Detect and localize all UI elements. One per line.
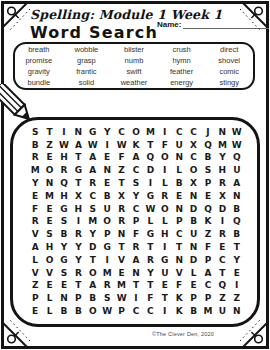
grid-cell: T <box>42 126 56 139</box>
grid-cell: N <box>129 267 143 280</box>
word-bank-word: promise <box>25 56 52 65</box>
grid-cell: H <box>57 152 71 165</box>
grid-cell: B <box>230 203 244 216</box>
grid-cell: E <box>42 280 56 293</box>
grid-cell: R <box>158 190 172 203</box>
grid-cell: L <box>186 267 200 280</box>
grid-cell: R <box>114 216 128 229</box>
grid-cell: N <box>42 177 56 190</box>
grid-cell: E <box>172 190 186 203</box>
grid-cell: O <box>158 152 172 165</box>
grid-cell: P <box>129 216 143 229</box>
grid-cell: D <box>86 241 100 254</box>
word-bank-word: grasp <box>77 56 96 65</box>
grid-cell: F <box>129 228 143 241</box>
grid-cell: L <box>42 305 56 318</box>
grid-cell: L <box>158 177 172 190</box>
grid-cell: P <box>201 254 215 267</box>
grid-cell: N <box>230 305 244 318</box>
grid-cell: D <box>215 203 229 216</box>
grid-cell: W <box>230 126 244 139</box>
grid-cell: E <box>28 190 42 203</box>
grid-cell: C <box>114 126 128 139</box>
grid-cell: J <box>201 126 215 139</box>
grid-cell: D <box>186 203 200 216</box>
word-bank-word: frantic <box>76 67 96 76</box>
grid-cell: Q <box>201 139 215 152</box>
grid-cell: A <box>86 164 100 177</box>
grid-cell: T <box>143 241 157 254</box>
grid-cell: E <box>158 280 172 293</box>
grid-cell: I <box>158 126 172 139</box>
grid-cell: T <box>230 241 244 254</box>
grid-cell: C <box>129 203 143 216</box>
grid-cell: B <box>172 177 186 190</box>
grid-cell: E <box>42 152 56 165</box>
grid-cell: H <box>158 228 172 241</box>
grid-cell: T <box>143 139 157 152</box>
grid-cell: T <box>114 177 128 190</box>
grid-cell: N <box>215 126 229 139</box>
grid-cell: E <box>100 177 114 190</box>
grid-cell: F <box>158 139 172 152</box>
grid-cell: P <box>114 305 128 318</box>
grid-cell: R <box>129 241 143 254</box>
grid-cell: W <box>114 292 128 305</box>
grid-cell: C <box>186 126 200 139</box>
grid-cell: U <box>172 139 186 152</box>
grid-cell: R <box>215 177 229 190</box>
grid-cell: E <box>201 190 215 203</box>
grid-cell: C <box>129 164 143 177</box>
grid-cell: W <box>100 305 114 318</box>
grid-cell: G <box>143 228 157 241</box>
grid-cell: V <box>172 267 186 280</box>
word-bank-word: solid <box>79 78 94 87</box>
grid-cell: M <box>201 305 215 318</box>
grid-cell: N <box>71 126 85 139</box>
grid-cell: F <box>201 241 215 254</box>
grid-cell: E <box>186 280 200 293</box>
grid-cell: I <box>143 177 157 190</box>
word-bank-word: comic <box>219 67 239 76</box>
grid-cell: Y <box>71 241 85 254</box>
grid-cell: C <box>86 190 100 203</box>
grid-cell: B <box>186 305 200 318</box>
grid-cell: P <box>100 228 114 241</box>
grid-cell: O <box>42 254 56 267</box>
word-bank-word: crush <box>172 45 190 54</box>
grid-cell: N <box>57 292 71 305</box>
grid-cell: I <box>71 216 85 229</box>
grid-cell: N <box>172 254 186 267</box>
grid-cell: R <box>86 177 100 190</box>
grid-cell: Q <box>230 216 244 229</box>
word-bank-word: hymn <box>172 56 190 65</box>
grid-cell: O <box>42 164 56 177</box>
grid-cell: O <box>129 126 143 139</box>
grid-cell: Q <box>201 203 215 216</box>
grid-cell: C <box>143 305 157 318</box>
grid-cell: X <box>114 190 128 203</box>
grid-cell: B <box>71 305 85 318</box>
letter-grid: STINGYCOMICCJNWBZWAWIWKTFUXQMWREHTAEFAQO… <box>28 126 244 318</box>
grid-cell: B <box>57 228 71 241</box>
grid-cell: C <box>129 305 143 318</box>
grid-cell: Y <box>57 241 71 254</box>
grid-cell: S <box>57 267 71 280</box>
grid-cell: Q <box>57 177 71 190</box>
grid-cell: E <box>100 152 114 165</box>
word-bank-word: stingy <box>219 78 239 87</box>
grid-cell: Y <box>143 267 157 280</box>
grid-cell: D <box>143 164 157 177</box>
name-label: Name: <box>157 20 181 29</box>
grid-cell: C <box>172 126 186 139</box>
grid-cell: A <box>28 241 42 254</box>
grid-cell: I <box>129 292 143 305</box>
grid-cell: Z <box>28 280 42 293</box>
corner-fold-decoration <box>238 2 268 32</box>
grid-cell: W <box>86 139 100 152</box>
word-bank-word: direct <box>220 45 238 54</box>
word-bank-word: swift <box>126 67 141 76</box>
grid-cell: C <box>201 280 215 293</box>
grid-cell: R <box>28 216 42 229</box>
grid-cell: N <box>114 228 128 241</box>
word-bank-word: weather <box>121 78 148 87</box>
word-bank-word: blister <box>124 45 144 54</box>
grid-cell: M <box>114 280 128 293</box>
grid-cell: P <box>71 292 85 305</box>
grid-cell: Z <box>230 292 244 305</box>
grid-cell: A <box>201 267 215 280</box>
grid-cell: K <box>172 305 186 318</box>
grid-cell: U <box>230 164 244 177</box>
grid-cell: Y <box>86 228 100 241</box>
grid-cell: Y <box>230 254 244 267</box>
grid-cell: H <box>42 241 56 254</box>
grid-cell: Y <box>100 126 114 139</box>
grid-cell: T <box>71 152 85 165</box>
grid-cell: U <box>100 203 114 216</box>
grid-cell: U <box>186 228 200 241</box>
grid-cell: S <box>42 228 56 241</box>
word-bank-word: energy <box>170 78 193 87</box>
grid-cell: M <box>28 164 42 177</box>
grid-cell: M <box>86 216 100 229</box>
grid-cell: S <box>86 203 100 216</box>
grid-cell: A <box>129 152 143 165</box>
grid-cell: Z <box>42 139 56 152</box>
grid-cell: E <box>28 305 42 318</box>
grid-cell: A <box>86 280 100 293</box>
grid-cell: T <box>71 280 85 293</box>
grid-cell: E <box>114 267 128 280</box>
grid-cell: O <box>100 216 114 229</box>
grid-cell: M <box>215 139 229 152</box>
grid-cell: B <box>201 152 215 165</box>
grid-cell: O <box>86 305 100 318</box>
grid-cell: I <box>158 241 172 254</box>
grid-cell: Y <box>28 177 42 190</box>
word-bank-word: wobble <box>75 45 99 54</box>
grid-cell: V <box>42 267 56 280</box>
grid-cell: V <box>28 228 42 241</box>
grid-cell: K <box>129 139 143 152</box>
grid-cell: I <box>100 254 114 267</box>
grid-cell: W <box>114 139 128 152</box>
grid-cell: X <box>71 190 85 203</box>
grid-cell: B <box>100 190 114 203</box>
grid-cell: E <box>215 241 229 254</box>
corner-fold-decoration <box>2 2 32 32</box>
grid-cell: A <box>71 139 85 152</box>
grid-cell: S <box>100 292 114 305</box>
grid-cell: D <box>186 254 200 267</box>
grid-cell: Z <box>114 164 128 177</box>
grid-cell: F <box>28 203 42 216</box>
grid-cell: E <box>230 267 244 280</box>
grid-cell: I <box>230 280 244 293</box>
grid-cell: R <box>100 280 114 293</box>
grid-cell: O <box>186 164 200 177</box>
grid-cell: P <box>172 216 186 229</box>
grid-cell: Z <box>215 292 229 305</box>
grid-cell: U <box>158 267 172 280</box>
grid-cell: E <box>57 280 71 293</box>
grid-cell: L <box>42 292 56 305</box>
copyright-credit: ©The Clever Den, 2020 <box>152 331 214 337</box>
grid-cell: S <box>129 177 143 190</box>
grid-cell: L <box>172 164 186 177</box>
grid-cell: W <box>143 203 157 216</box>
grid-cell: A <box>129 254 143 267</box>
grid-cell: B <box>86 292 100 305</box>
grid-cell: A <box>86 152 100 165</box>
grid-cell: B <box>186 216 200 229</box>
grid-cell: N <box>186 241 200 254</box>
grid-cell: L <box>143 216 157 229</box>
corner-fold-decoration <box>2 318 32 348</box>
grid-cell: N <box>100 164 114 177</box>
grid-cell: H <box>57 190 71 203</box>
grid-cell: S <box>57 216 71 229</box>
grid-cell: E <box>42 203 56 216</box>
grid-cell: I <box>215 216 229 229</box>
grid-cell: B <box>57 305 71 318</box>
grid-cell: K <box>172 292 186 305</box>
grid-cell: G <box>143 190 157 203</box>
grid-cell: T <box>114 241 128 254</box>
grid-cell: V <box>28 267 42 280</box>
worksheet-page: Spelling: Module 1 Week 1 Name: Word Sea… <box>0 0 270 350</box>
grid-cell: T <box>172 241 186 254</box>
grid-cell: H <box>71 203 85 216</box>
grid-cell: A <box>230 177 244 190</box>
grid-cell: C <box>172 228 186 241</box>
grid-cell: I <box>158 305 172 318</box>
grid-cell: L <box>158 216 172 229</box>
grid-cell: F <box>143 292 157 305</box>
grid-cell: W <box>57 139 71 152</box>
grid-cell: R <box>143 254 157 267</box>
grid-cell: I <box>158 164 172 177</box>
grid-cell: G <box>57 203 71 216</box>
grid-cell: N <box>172 203 186 216</box>
grid-cell: R <box>71 267 85 280</box>
grid-cell: Z <box>201 228 215 241</box>
grid-cell: R <box>215 228 229 241</box>
grid-cell: X <box>186 139 200 152</box>
grid-cell: X <box>215 190 229 203</box>
grid-cell: E <box>42 216 56 229</box>
grid-cell: R <box>114 203 128 216</box>
grid-cell: G <box>71 164 85 177</box>
grid-cell: Q <box>230 152 244 165</box>
grid-cell: R <box>71 228 85 241</box>
grid-cell: P <box>201 292 215 305</box>
grid-cell: P <box>201 177 215 190</box>
grid-cell: M <box>42 190 56 203</box>
grid-cell: P <box>186 292 200 305</box>
grid-cell: B <box>230 228 244 241</box>
pencil-icon <box>0 84 44 142</box>
grid-cell: Y <box>215 152 229 165</box>
grid-cell: K <box>201 216 215 229</box>
word-bank-word: gravity <box>28 67 50 76</box>
page-title: Word Search <box>30 23 158 42</box>
grid-cell: H <box>215 164 229 177</box>
grid-cell: G <box>57 254 71 267</box>
grid-cell: W <box>230 139 244 152</box>
grid-cell: F <box>172 280 186 293</box>
grid-cell: L <box>28 254 42 267</box>
grid-cell: C <box>186 152 200 165</box>
grid-cell: N <box>230 190 244 203</box>
grid-cell: X <box>186 177 200 190</box>
corner-fold-decoration <box>238 318 268 348</box>
grid-cell: U <box>215 305 229 318</box>
grid-cell: I <box>100 139 114 152</box>
word-bank-word: shovel <box>218 56 240 65</box>
grid-cell: R <box>28 152 42 165</box>
grid-cell: I <box>57 126 71 139</box>
grid-cell: O <box>86 267 100 280</box>
grid-cell: N <box>172 152 186 165</box>
word-bank-word: breath <box>28 45 49 54</box>
grid-cell: T <box>86 254 100 267</box>
grid-cell: R <box>57 164 71 177</box>
word-bank-word: feather <box>170 67 193 76</box>
word-bank: breathwobbleblistercrushdirectpromisegra… <box>13 42 255 90</box>
grid-cell: Y <box>71 254 85 267</box>
grid-cell: G <box>100 241 114 254</box>
grid-cell: G <box>86 126 100 139</box>
word-bank-word: numb <box>125 56 144 65</box>
grid-cell: T <box>143 280 157 293</box>
grid-cell: C <box>215 254 229 267</box>
grid-cell: G <box>158 254 172 267</box>
grid-cell: Q <box>215 280 229 293</box>
grid-cell: O <box>158 203 172 216</box>
grid-cell: Q <box>143 152 157 165</box>
grid-cell: N <box>186 190 200 203</box>
grid-cell: T <box>215 267 229 280</box>
grid-cell: M <box>143 126 157 139</box>
grid-cell: Y <box>129 190 143 203</box>
grid-cell: M <box>100 267 114 280</box>
grid-cell: F <box>114 152 128 165</box>
grid-cell: T <box>158 292 172 305</box>
grid-cell: T <box>129 280 143 293</box>
grid-cell: V <box>114 254 128 267</box>
grid-cell: S <box>201 164 215 177</box>
grid-cell: P <box>28 292 42 305</box>
grid-cell: T <box>71 177 85 190</box>
